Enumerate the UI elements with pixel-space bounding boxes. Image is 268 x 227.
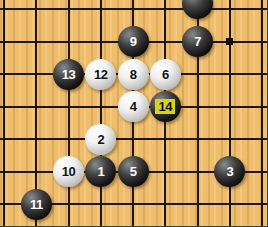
move-number: 7 bbox=[194, 35, 201, 48]
move-number: 2 bbox=[97, 133, 104, 146]
grid-line-horizontal bbox=[0, 8, 267, 10]
move-number: 8 bbox=[130, 68, 137, 81]
move-number: 12 bbox=[94, 68, 107, 81]
stone-move-11[interactable]: 11 bbox=[21, 189, 52, 220]
move-number: 4 bbox=[130, 100, 137, 113]
stone-move-9[interactable]: 9 bbox=[118, 26, 149, 57]
stone-move-7[interactable]: 7 bbox=[182, 26, 213, 57]
move-number: 1 bbox=[97, 165, 104, 178]
grid-line-vertical bbox=[3, 0, 5, 226]
grid-line-horizontal bbox=[0, 138, 267, 140]
move-number: 13 bbox=[62, 68, 75, 81]
move-number: 3 bbox=[226, 165, 233, 178]
move-number: 6 bbox=[162, 68, 169, 81]
move-number: 10 bbox=[62, 165, 75, 178]
stone-move-6[interactable]: 6 bbox=[150, 59, 181, 90]
stone-move-4[interactable]: 4 bbox=[118, 91, 149, 122]
move-number: 14 bbox=[159, 100, 172, 113]
go-board[interactable]: 9713128641421015311 bbox=[0, 0, 268, 227]
stone-move-14[interactable]: 14 bbox=[150, 91, 181, 122]
move-number: 9 bbox=[130, 35, 137, 48]
stone-move-8[interactable]: 8 bbox=[118, 59, 149, 90]
last-move-highlight: 14 bbox=[155, 99, 175, 114]
stone-move-10[interactable]: 10 bbox=[53, 156, 84, 187]
stone-move-13[interactable]: 13 bbox=[53, 59, 84, 90]
grid-line-vertical bbox=[68, 0, 70, 226]
stone-move-2[interactable]: 2 bbox=[85, 124, 116, 155]
stone-move-5[interactable]: 5 bbox=[118, 156, 149, 187]
move-number: 5 bbox=[130, 165, 137, 178]
grid-line-vertical bbox=[261, 0, 263, 226]
star-point bbox=[226, 38, 233, 45]
grid-line-vertical bbox=[100, 0, 102, 226]
grid-line-vertical bbox=[229, 0, 231, 226]
move-number: 11 bbox=[30, 198, 43, 211]
stone-move-12[interactable]: 12 bbox=[85, 59, 116, 90]
